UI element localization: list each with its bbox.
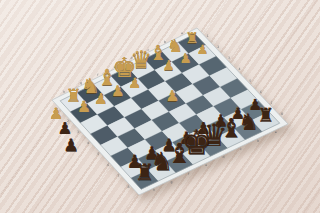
coordinate-mark: e	[114, 65, 116, 69]
coordinate-mark: g	[80, 81, 82, 85]
coordinate-mark: c	[240, 147, 242, 151]
coordinate-mark: 6	[107, 163, 109, 167]
coordinate-mark: h	[63, 90, 65, 94]
coordinate-mark: b	[257, 139, 259, 143]
coordinate-mark: b	[164, 40, 166, 44]
coordinate-mark: 2	[67, 119, 69, 123]
coordinate-mark: e	[205, 163, 207, 167]
coordinate-mark: 7	[117, 174, 119, 178]
coordinate-mark: 3	[77, 130, 79, 134]
coordinate-mark: 4	[87, 141, 89, 145]
coordinate-mark: d	[223, 155, 225, 159]
coordinate-mark: 7	[270, 101, 272, 105]
coordinate-mark: 6	[260, 90, 262, 94]
chessboard: hh11gg22ff33ee44dd55cc66bb77aa88	[0, 0, 320, 213]
coordinate-mark: 1	[207, 34, 209, 38]
photo-scene: hh11gg22ff33ee44dd55cc66bb77aa88 ♜♞♝♛♚♝♞…	[0, 0, 320, 213]
coordinate-mark: 3	[228, 56, 230, 60]
coordinate-mark: 1	[57, 108, 59, 112]
coordinate-mark: a	[181, 31, 183, 35]
coordinate-mark: a	[275, 130, 277, 134]
coordinate-mark: d	[130, 56, 132, 60]
coordinate-mark: 5	[97, 152, 99, 156]
coordinate-mark: h	[153, 188, 155, 192]
coordinate-mark: c	[147, 48, 149, 52]
coordinate-mark: 2	[217, 45, 219, 49]
coordinate-mark: 8	[127, 185, 129, 189]
coordinate-mark: 4	[239, 67, 241, 71]
coordinate-mark: 8	[281, 112, 283, 116]
coordinate-mark: 5	[249, 79, 251, 83]
coordinate-mark: g	[171, 180, 173, 184]
